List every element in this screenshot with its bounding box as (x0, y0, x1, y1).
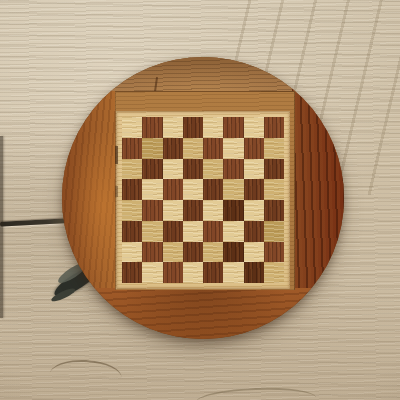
square-h7[interactable] (264, 138, 284, 159)
disc-right-wood (292, 83, 344, 339)
frame-dark-mark (115, 146, 118, 164)
square-h6[interactable] (264, 159, 284, 180)
square-f7[interactable] (223, 138, 243, 159)
square-c2[interactable] (163, 242, 183, 263)
square-d6[interactable] (183, 159, 203, 180)
square-h4[interactable] (264, 200, 284, 221)
square-a6[interactable] (122, 159, 142, 180)
square-f5[interactable] (223, 179, 243, 200)
square-b5[interactable] (142, 179, 162, 200)
square-a8[interactable] (122, 117, 142, 138)
square-d8[interactable] (183, 117, 203, 138)
square-d1[interactable] (183, 262, 203, 283)
square-g2[interactable] (244, 242, 264, 263)
square-b8[interactable] (142, 117, 162, 138)
square-h8[interactable] (264, 117, 284, 138)
square-e6[interactable] (203, 159, 223, 180)
square-f2[interactable] (223, 242, 243, 263)
square-c8[interactable] (163, 117, 183, 138)
disc-top-wood (62, 57, 344, 93)
square-d3[interactable] (183, 221, 203, 242)
wood-crack-bottom (196, 386, 316, 400)
square-e3[interactable] (203, 221, 223, 242)
plank-joint-line (0, 136, 3, 318)
square-c4[interactable] (163, 200, 183, 221)
square-b4[interactable] (142, 200, 162, 221)
square-e1[interactable] (203, 262, 223, 283)
square-g7[interactable] (244, 138, 264, 159)
photo-scene (0, 0, 400, 400)
square-a7[interactable] (122, 138, 142, 159)
square-c1[interactable] (163, 262, 183, 283)
chessboard-disc (62, 57, 344, 339)
square-a1[interactable] (122, 262, 142, 283)
square-c3[interactable] (163, 221, 183, 242)
square-b3[interactable] (142, 221, 162, 242)
square-b2[interactable] (142, 242, 162, 263)
square-h3[interactable] (264, 221, 284, 242)
square-h1[interactable] (264, 262, 284, 283)
square-e5[interactable] (203, 179, 223, 200)
square-e4[interactable] (203, 200, 223, 221)
square-c5[interactable] (163, 179, 183, 200)
square-a4[interactable] (122, 200, 142, 221)
square-d7[interactable] (183, 138, 203, 159)
square-b6[interactable] (142, 159, 162, 180)
square-b7[interactable] (142, 138, 162, 159)
wood-crack (50, 358, 123, 378)
square-g1[interactable] (244, 262, 264, 283)
square-g4[interactable] (244, 200, 264, 221)
square-a3[interactable] (122, 221, 142, 242)
square-d4[interactable] (183, 200, 203, 221)
square-e7[interactable] (203, 138, 223, 159)
square-c6[interactable] (163, 159, 183, 180)
square-g6[interactable] (244, 159, 264, 180)
square-f6[interactable] (223, 159, 243, 180)
board-border-frame (116, 111, 290, 289)
square-c7[interactable] (163, 138, 183, 159)
square-f4[interactable] (223, 200, 243, 221)
square-g8[interactable] (244, 117, 264, 138)
square-h5[interactable] (264, 179, 284, 200)
square-d2[interactable] (183, 242, 203, 263)
square-f1[interactable] (223, 262, 243, 283)
square-g5[interactable] (244, 179, 264, 200)
disc-bottom-wood (62, 288, 344, 339)
plank-groove (0, 218, 66, 226)
square-h2[interactable] (264, 242, 284, 263)
square-d5[interactable] (183, 179, 203, 200)
square-e2[interactable] (203, 242, 223, 263)
square-f8[interactable] (223, 117, 243, 138)
square-a2[interactable] (122, 242, 142, 263)
square-g3[interactable] (244, 221, 264, 242)
square-b1[interactable] (142, 262, 162, 283)
frame-dark-mark-small (115, 186, 118, 197)
square-a5[interactable] (122, 179, 142, 200)
square-e8[interactable] (203, 117, 223, 138)
square-f3[interactable] (223, 221, 243, 242)
board-grid (122, 117, 284, 283)
